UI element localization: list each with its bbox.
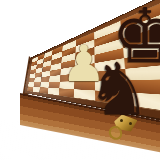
board-square[interactable] xyxy=(48,88,60,96)
black-knight[interactable]: ♞ xyxy=(87,53,152,125)
chess-set-photo: ♚ ♟ ♞ xyxy=(0,0,160,160)
